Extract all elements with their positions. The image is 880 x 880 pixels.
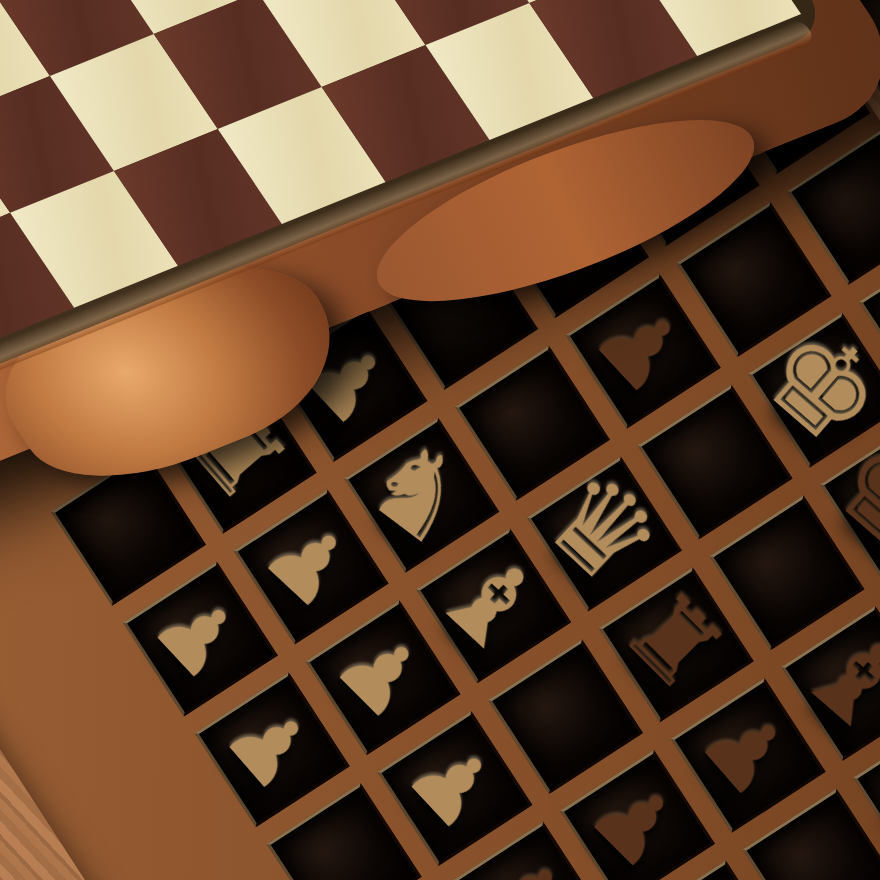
piece-dark-pawn: ♟ bbox=[574, 763, 697, 880]
piece-dark-rook: ♜ bbox=[606, 573, 743, 710]
piece-dark-pawn: ♟ bbox=[578, 285, 704, 411]
piece-light-pawn: ♟ bbox=[138, 576, 259, 696]
piece-dark-pawn: ♟ bbox=[464, 836, 585, 880]
piece-light-pawn: ♟ bbox=[210, 687, 331, 807]
piece-dark-pawn: ♟ bbox=[684, 691, 808, 814]
piece-light-pawn: ♟ bbox=[319, 613, 442, 736]
chess-set-photo-scene: ♜♟♟♟♞♟♟♟♝♛♚♟♜♚♛♟♟♟♝♟♟♞♜♝♞ Overhead photo… bbox=[0, 0, 880, 880]
piece-light-pawn: ♟ bbox=[391, 724, 515, 847]
